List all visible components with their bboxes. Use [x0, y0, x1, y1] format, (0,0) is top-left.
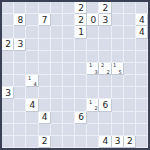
grid-cell-r8c0[interactable]: [2, 99, 14, 111]
grid-cell-r8c9[interactable]: [112, 99, 124, 111]
grid-cell-r6c10[interactable]: [124, 75, 136, 87]
grid-cell-r0c9[interactable]: [112, 2, 124, 14]
grid-cell-r10c9[interactable]: [112, 124, 124, 136]
grid-cell-r9c9[interactable]: [112, 112, 124, 124]
grid-cell-r6c3[interactable]: [39, 75, 51, 87]
puzzle-tile-r5c9[interactable]: 15: [112, 63, 124, 75]
grid-cell-r5c4[interactable]: [51, 63, 63, 75]
grid-cell-r8c4[interactable]: [51, 99, 63, 111]
grid-cell-r7c3[interactable]: [39, 87, 51, 99]
grid-cell-r3c4[interactable]: [51, 39, 63, 51]
grid-cell-r9c2[interactable]: [26, 112, 38, 124]
grid-cell-r4c2[interactable]: [26, 51, 38, 63]
grid-cell-r3c3[interactable]: [39, 39, 51, 51]
grid-cell-r1c0[interactable]: [2, 14, 14, 26]
grid-cell-r7c7[interactable]: [87, 87, 99, 99]
grid-cell-r4c0[interactable]: [2, 51, 14, 63]
clue-digit-top-left: 2: [101, 63, 104, 68]
grid-cell-r5c3[interactable]: [39, 63, 51, 75]
grid-cell-r0c1[interactable]: [14, 2, 26, 14]
grid-cell-r10c0[interactable]: [2, 124, 14, 136]
grid-cell-r5c1[interactable]: [14, 63, 26, 75]
cell-digit: 4: [139, 16, 145, 25]
grid-cell-r3c2[interactable]: [26, 39, 38, 51]
grid-cell-r2c10[interactable]: [124, 26, 136, 38]
grid-cell-r9c10[interactable]: [124, 112, 136, 124]
grid-cell-r5c6[interactable]: [75, 63, 87, 75]
grid-cell-r6c11[interactable]: [136, 75, 148, 87]
grid-cell-r10c2[interactable]: [26, 124, 38, 136]
cell-digit: 2: [127, 137, 133, 146]
grid-cell-r4c1[interactable]: [14, 51, 26, 63]
grid-cell-r10c11[interactable]: [136, 124, 148, 136]
grid-cell-r4c10[interactable]: [124, 51, 136, 63]
grid-cell-r5c0[interactable]: [2, 63, 14, 75]
grid-cell-r0c2[interactable]: [26, 2, 38, 14]
grid-cell-r7c5[interactable]: [63, 87, 75, 99]
puzzle-tile-r3c0[interactable]: 2: [2, 39, 14, 51]
grid-cell-r8c3[interactable]: [39, 99, 51, 111]
grid-cell-r9c0[interactable]: [2, 112, 14, 124]
grid-cell-r4c6[interactable]: [75, 51, 87, 63]
grid-cell-r10c7[interactable]: [87, 124, 99, 136]
clue-digit-bottom-right: 4: [34, 82, 37, 87]
puzzle-tile-r1c11[interactable]: 4: [136, 14, 148, 26]
grid-cell-r2c5[interactable]: [63, 26, 75, 38]
grid-cell-r3c7[interactable]: [87, 39, 99, 51]
grid-cell-r3c5[interactable]: [63, 39, 75, 51]
cell-digit: 2: [5, 40, 11, 49]
cell-digit: 4: [30, 101, 36, 110]
puzzle-tile-r11c3[interactable]: 2: [39, 136, 51, 148]
grid-cell-r1c4[interactable]: [51, 14, 63, 26]
puzzle-tile-r9c6[interactable]: 6: [75, 112, 87, 124]
grid-cell-r3c11[interactable]: [136, 39, 148, 51]
grid-cell-r2c1[interactable]: [14, 26, 26, 38]
grid-cell-r6c0[interactable]: [2, 75, 14, 87]
grid-cell-r7c1[interactable]: [14, 87, 26, 99]
puzzle-tile-r2c6[interactable]: 1: [75, 26, 87, 38]
grid-cell-r11c7[interactable]: [87, 136, 99, 148]
grid-cell-r1c10[interactable]: [124, 14, 136, 26]
grid-cell-r8c5[interactable]: [63, 99, 75, 111]
grid-cell-r3c6[interactable]: [75, 39, 87, 51]
puzzle-tile-r0c8[interactable]: 2: [99, 2, 111, 14]
grid-cell-r11c0[interactable]: [2, 136, 14, 148]
grid-cell-r4c3[interactable]: [39, 51, 51, 63]
grid-cell-r10c10[interactable]: [124, 124, 136, 136]
cell-digit: 3: [115, 137, 121, 146]
grid-cell-r0c4[interactable]: [51, 2, 63, 14]
puzzle-tile-r3c1[interactable]: 3: [14, 39, 26, 51]
grid-cell-r10c6[interactable]: [75, 124, 87, 136]
grid-cell-r2c9[interactable]: [112, 26, 124, 38]
puzzle-tile-r7c0[interactable]: 3: [2, 87, 14, 99]
grid-cell-r1c5[interactable]: [63, 14, 75, 26]
grid-cell-r10c4[interactable]: [51, 124, 63, 136]
grid-cell-r6c4[interactable]: [51, 75, 63, 87]
grid-cell-r5c2[interactable]: [26, 63, 38, 75]
grid-cell-r7c2[interactable]: [26, 87, 38, 99]
grid-cell-r3c8[interactable]: [99, 39, 111, 51]
cell-digit: 6: [103, 101, 109, 110]
grid-cell-r0c10[interactable]: [124, 2, 136, 14]
grid-cell-r5c10[interactable]: [124, 63, 136, 75]
clue-digit-bottom-right: 2: [107, 69, 110, 74]
grid-cell-r11c5[interactable]: [63, 136, 75, 148]
grid-cell-r9c5[interactable]: [63, 112, 75, 124]
cell-digit: 2: [78, 4, 84, 13]
cell-digit: 7: [42, 16, 48, 25]
grid-cell-r4c8[interactable]: [99, 51, 111, 63]
cell-digit: 4: [42, 113, 48, 122]
grid-cell-r2c7[interactable]: [87, 26, 99, 38]
clue-digit-bottom-right: 2: [95, 106, 98, 111]
puzzle-tile-r1c1[interactable]: 8: [14, 14, 26, 26]
grid-cell-r2c4[interactable]: [51, 26, 63, 38]
grid-cell-r0c7[interactable]: [87, 2, 99, 14]
grid-cell-r11c4[interactable]: [51, 136, 63, 148]
cell-digit: 2: [103, 4, 109, 13]
clue-digit-top-left: 1: [89, 63, 92, 68]
grid-cell-r8c1[interactable]: [14, 99, 26, 111]
cell-digit: 1: [78, 28, 84, 37]
grid-cell-r5c11[interactable]: [136, 63, 148, 75]
grid-cell-r4c7[interactable]: [87, 51, 99, 63]
grid-cell-r9c1[interactable]: [14, 112, 26, 124]
puzzle-tile-r8c2[interactable]: 4: [26, 99, 38, 111]
grid-cell-r0c5[interactable]: [63, 2, 75, 14]
grid-cell-r7c8[interactable]: [99, 87, 111, 99]
puzzle-grid: 2287203414231322151434126462432: [2, 2, 148, 148]
grid-cell-r10c5[interactable]: [63, 124, 75, 136]
grid-cell-r4c9[interactable]: [112, 51, 124, 63]
grid-cell-r11c2[interactable]: [26, 136, 38, 148]
cell-digit: 6: [78, 113, 84, 122]
cell-digit: 3: [17, 40, 23, 49]
cell-digit: 0: [90, 16, 96, 25]
grid-cell-r11c11[interactable]: [136, 136, 148, 148]
grid-cell-r6c7[interactable]: [87, 75, 99, 87]
grid-cell-r7c11[interactable]: [136, 87, 148, 99]
grid-cell-r6c8[interactable]: [99, 75, 111, 87]
grid-cell-r6c9[interactable]: [112, 75, 124, 87]
grid-cell-r11c1[interactable]: [14, 136, 26, 148]
grid-cell-r7c10[interactable]: [124, 87, 136, 99]
grid-cell-r6c1[interactable]: [14, 75, 26, 87]
puzzle-tile-r0c6[interactable]: 2: [75, 2, 87, 14]
puzzle-board: 2287203414231322151434126462432: [0, 0, 150, 150]
grid-cell-r9c11[interactable]: [136, 112, 148, 124]
puzzle-tile-r1c7[interactable]: 0: [87, 14, 99, 26]
puzzle-tile-r11c8[interactable]: 4: [99, 136, 111, 148]
puzzle-tile-r1c3[interactable]: 7: [39, 14, 51, 26]
cell-digit: 8: [17, 16, 23, 25]
cell-digit: 2: [42, 137, 48, 146]
grid-cell-r1c9[interactable]: [112, 14, 124, 26]
grid-cell-r8c10[interactable]: [124, 99, 136, 111]
grid-cell-r7c9[interactable]: [112, 87, 124, 99]
grid-cell-r0c11[interactable]: [136, 2, 148, 14]
grid-cell-r2c2[interactable]: [26, 26, 38, 38]
grid-cell-r5c5[interactable]: [63, 63, 75, 75]
puzzle-tile-r2c11[interactable]: 4: [136, 26, 148, 38]
grid-cell-r3c9[interactable]: [112, 39, 124, 51]
clue-digit-bottom-right: 3: [95, 69, 98, 74]
grid-cell-r10c3[interactable]: [39, 124, 51, 136]
grid-cell-r7c4[interactable]: [51, 87, 63, 99]
grid-cell-r4c11[interactable]: [136, 51, 148, 63]
grid-cell-r6c5[interactable]: [63, 75, 75, 87]
grid-cell-r0c3[interactable]: [39, 2, 51, 14]
grid-cell-r0c0[interactable]: [2, 2, 14, 14]
cell-digit: 4: [103, 137, 109, 146]
cell-digit: 4: [139, 28, 145, 37]
grid-cell-r3c10[interactable]: [124, 39, 136, 51]
grid-cell-r10c1[interactable]: [14, 124, 26, 136]
puzzle-tile-r6c2[interactable]: 14: [26, 75, 38, 87]
grid-cell-r4c4[interactable]: [51, 51, 63, 63]
puzzle-tile-r1c6[interactable]: 2: [75, 14, 87, 26]
grid-cell-r9c7[interactable]: [87, 112, 99, 124]
grid-cell-r2c3[interactable]: [39, 26, 51, 38]
grid-cell-r6c6[interactable]: [75, 75, 87, 87]
clue-digit-top-left: 1: [89, 100, 92, 105]
grid-cell-r11c6[interactable]: [75, 136, 87, 148]
grid-cell-r4c5[interactable]: [63, 51, 75, 63]
grid-cell-r1c2[interactable]: [26, 14, 38, 26]
grid-cell-r10c8[interactable]: [99, 124, 111, 136]
puzzle-tile-r8c8[interactable]: 6: [99, 99, 111, 111]
puzzle-tile-r8c7[interactable]: 12: [87, 99, 99, 111]
puzzle-tile-r9c3[interactable]: 4: [39, 112, 51, 124]
puzzle-tile-r11c10[interactable]: 2: [124, 136, 136, 148]
cell-digit: 3: [5, 89, 11, 98]
grid-cell-r9c4[interactable]: [51, 112, 63, 124]
grid-cell-r8c11[interactable]: [136, 99, 148, 111]
grid-cell-r7c6[interactable]: [75, 87, 87, 99]
puzzle-tile-r5c7[interactable]: 13: [87, 63, 99, 75]
grid-cell-r2c8[interactable]: [99, 26, 111, 38]
grid-cell-r8c6[interactable]: [75, 99, 87, 111]
puzzle-tile-r11c9[interactable]: 3: [112, 136, 124, 148]
grid-cell-r9c8[interactable]: [99, 112, 111, 124]
clue-digit-bottom-right: 5: [119, 69, 122, 74]
clue-digit-top-left: 1: [113, 63, 116, 68]
puzzle-tile-r5c8[interactable]: 22: [99, 63, 111, 75]
clue-digit-top-left: 1: [28, 76, 31, 81]
cell-digit: 3: [103, 16, 109, 25]
puzzle-tile-r1c8[interactable]: 3: [99, 14, 111, 26]
grid-cell-r2c0[interactable]: [2, 26, 14, 38]
cell-digit: 2: [78, 16, 84, 25]
